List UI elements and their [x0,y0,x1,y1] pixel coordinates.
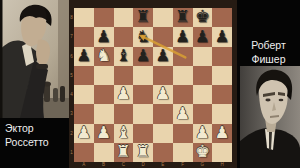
square-b7: ♟ [94,27,114,46]
square-d2 [133,124,153,143]
square-g3 [193,104,213,123]
square-e6: ♟ [153,47,173,66]
square-b2: ♟ [94,124,114,143]
square-a2: ♟ [74,124,94,143]
player-name-left: Эктор Россетто [0,118,69,168]
square-c2: ♝ [114,124,134,143]
square-h5 [212,66,232,85]
black-king-g8: ♚ [195,9,210,26]
square-f5 [173,66,193,85]
square-h2: ♟ [212,124,232,143]
white-pawn-c4: ♟ [116,86,131,103]
square-g2: ♟ [193,124,213,143]
square-a7 [74,27,94,46]
white-pawn-h2: ♟ [215,124,230,141]
white-pawn-g2: ♟ [195,124,210,141]
chess-board: 87654321 ABCDEFGH ♜♜♚♟♞♟♟♟♟♞♝♟♟♟♟♟♟♟♝♟♟♜… [69,0,237,168]
square-f8: ♜ [173,8,193,27]
square-b8 [94,8,114,27]
player-name-left-line2: Россетто [5,136,67,150]
square-e7 [153,27,173,46]
square-f4 [173,85,193,104]
square-f3: ♟ [173,104,193,123]
white-bishop-c2: ♝ [116,124,131,141]
square-d3 [133,104,153,123]
white-knight-b6: ♞ [96,47,111,64]
white-pawn-a2: ♟ [76,124,91,141]
square-h7: ♟ [212,27,232,46]
square-h8 [212,8,232,27]
photo-robert-fischer [237,66,300,168]
black-pawn-h7: ♟ [215,28,230,45]
white-pawn-b2: ♟ [96,124,111,141]
black-pawn-b7: ♟ [96,28,111,45]
square-b5 [94,66,114,85]
black-pawn-e6: ♟ [155,47,170,64]
square-g6 [193,47,213,66]
square-f6 [173,47,193,66]
square-a4 [74,85,94,104]
file-label-e: E [153,162,173,168]
player-name-right: Роберт Фишер [237,0,300,70]
file-label-h: H [212,162,232,168]
black-pawn-g7: ♟ [195,28,210,45]
square-h3 [212,104,232,123]
player-name-right-line2: Фишер [252,53,286,67]
square-d7: ♞ [133,27,153,46]
square-c3 [114,104,134,123]
file-labels: ABCDEFGH [74,162,232,168]
square-d4 [133,85,153,104]
square-a6: ♟ [74,47,94,66]
player-name-left-line1: Эктор [5,122,67,136]
black-pawn-a6: ♟ [76,47,91,64]
board-squares: ♜♜♚♟♞♟♟♟♟♞♝♟♟♟♟♟♟♟♝♟♟♜♜♚ [74,8,232,162]
square-b3 [94,104,114,123]
player-panel-left: Эктор Россетто [0,0,69,168]
black-bishop-c6: ♝ [116,47,131,64]
player-panel-right: Роберт Фишер [237,0,300,168]
square-c6: ♝ [114,47,134,66]
square-b4 [94,85,114,104]
file-label-c: C [114,162,134,168]
file-label-g: G [193,162,213,168]
square-c7 [114,27,134,46]
square-e4: ♟ [153,85,173,104]
white-pawn-f3: ♟ [175,105,190,122]
square-g5 [193,66,213,85]
square-d1: ♜ [133,143,153,162]
square-c5 [114,66,134,85]
square-d5 [133,66,153,85]
square-g7: ♟ [193,27,213,46]
black-knight-d7: ♞ [136,28,151,45]
square-e3 [153,104,173,123]
file-label-b: B [94,162,114,168]
square-c8 [114,8,134,27]
square-b1 [94,143,114,162]
square-c1: ♜ [114,143,134,162]
square-g4 [193,85,213,104]
black-rook-f8: ♜ [175,9,190,26]
black-rook-d8: ♜ [136,9,151,26]
square-f2 [173,124,193,143]
square-a3 [74,104,94,123]
photo-hector-rossetto [0,0,69,118]
square-f7: ♟ [173,27,193,46]
white-rook-d1: ♜ [136,144,151,161]
square-d6: ♟ [133,47,153,66]
player-name-right-line1: Роберт [251,39,286,53]
square-c4: ♟ [114,85,134,104]
square-h1 [212,143,232,162]
square-e5 [153,66,173,85]
black-pawn-d6: ♟ [136,47,151,64]
square-e1 [153,143,173,162]
file-label-d: D [133,162,153,168]
white-king-g1: ♚ [195,144,210,161]
black-pawn-f7: ♟ [175,28,190,45]
square-a8 [74,8,94,27]
file-label-f: F [173,162,193,168]
square-f1 [173,143,193,162]
square-h6 [212,47,232,66]
square-g8: ♚ [193,8,213,27]
square-a5 [74,66,94,85]
white-rook-c1: ♜ [116,144,131,161]
video-frame: Эктор Россетто 87654321 ABCDEFGH ♜♜♚♟♞♟♟… [0,0,300,168]
file-label-a: A [74,162,94,168]
square-h4 [212,85,232,104]
square-b6: ♞ [94,47,114,66]
square-e2 [153,124,173,143]
square-e8 [153,8,173,27]
square-a1 [74,143,94,162]
white-pawn-e4: ♟ [155,86,170,103]
square-g1: ♚ [193,143,213,162]
square-d8: ♜ [133,8,153,27]
